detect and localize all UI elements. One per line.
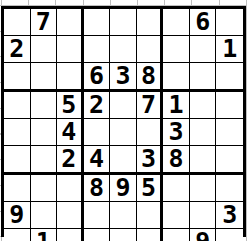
cell-r4c4[interactable]: 2 bbox=[84, 92, 111, 119]
cell-r8c2[interactable] bbox=[31, 202, 58, 229]
cell-r3c8[interactable] bbox=[190, 63, 217, 92]
cell-r2c1[interactable]: 2 bbox=[4, 36, 31, 63]
cell-r1c3[interactable] bbox=[57, 9, 84, 36]
cell-r2c5[interactable] bbox=[110, 36, 137, 63]
spreadsheet-background: 762163852714324388959319 bbox=[0, 0, 247, 241]
cell-r6c6[interactable]: 3 bbox=[137, 146, 164, 175]
cell-r7c1[interactable] bbox=[4, 175, 31, 202]
cell-r8c7[interactable] bbox=[163, 202, 190, 229]
cell-r6c5[interactable] bbox=[110, 146, 137, 175]
cell-r7c3[interactable] bbox=[57, 175, 84, 202]
cell-r4c7[interactable]: 1 bbox=[163, 92, 190, 119]
cell-r7c8[interactable] bbox=[190, 175, 217, 202]
cell-r3c6[interactable]: 8 bbox=[137, 63, 164, 92]
cell-r4c8[interactable] bbox=[190, 92, 217, 119]
cell-r1c5[interactable] bbox=[110, 9, 137, 36]
cell-r5c7[interactable]: 3 bbox=[163, 119, 190, 146]
cell-r4c3[interactable]: 5 bbox=[57, 92, 84, 119]
cell-r7c2[interactable] bbox=[31, 175, 58, 202]
cell-r4c9[interactable] bbox=[216, 92, 243, 119]
cell-r1c8[interactable]: 6 bbox=[190, 9, 217, 36]
cell-r4c6[interactable]: 7 bbox=[137, 92, 164, 119]
cell-r1c4[interactable] bbox=[84, 9, 111, 36]
cell-r3c1[interactable] bbox=[4, 63, 31, 92]
cell-r6c7[interactable]: 8 bbox=[163, 146, 190, 175]
cell-r5c1[interactable] bbox=[4, 119, 31, 146]
cell-r5c9[interactable] bbox=[216, 119, 243, 146]
cell-r7c5[interactable]: 9 bbox=[110, 175, 137, 202]
cell-r2c2[interactable] bbox=[31, 36, 58, 63]
cell-r3c2[interactable] bbox=[31, 63, 58, 92]
cell-r6c2[interactable] bbox=[31, 146, 58, 175]
cell-r3c5[interactable]: 3 bbox=[110, 63, 137, 92]
cell-r3c9[interactable] bbox=[216, 63, 243, 92]
cell-r8c1[interactable]: 9 bbox=[4, 202, 31, 229]
cell-r7c9[interactable] bbox=[216, 175, 243, 202]
cell-r1c6[interactable] bbox=[137, 9, 164, 36]
cell-r1c9[interactable] bbox=[216, 9, 243, 36]
cell-r2c8[interactable] bbox=[190, 36, 217, 63]
cell-r2c7[interactable] bbox=[163, 36, 190, 63]
cell-r5c5[interactable] bbox=[110, 119, 137, 146]
cell-r2c4[interactable] bbox=[84, 36, 111, 63]
cell-r3c3[interactable] bbox=[57, 63, 84, 92]
cell-r4c1[interactable] bbox=[4, 92, 31, 119]
cell-r9c9[interactable] bbox=[216, 229, 243, 241]
cell-r8c6[interactable] bbox=[137, 202, 164, 229]
cell-r5c6[interactable] bbox=[137, 119, 164, 146]
cell-r6c3[interactable]: 2 bbox=[57, 146, 84, 175]
cell-r3c4[interactable]: 6 bbox=[84, 63, 111, 92]
cell-r2c9[interactable]: 1 bbox=[216, 36, 243, 63]
cell-r6c4[interactable]: 4 bbox=[84, 146, 111, 175]
cell-r1c7[interactable] bbox=[163, 9, 190, 36]
cell-r9c5[interactable] bbox=[110, 229, 137, 241]
cell-r5c2[interactable] bbox=[31, 119, 58, 146]
cell-r1c1[interactable] bbox=[4, 9, 31, 36]
cell-r8c3[interactable] bbox=[57, 202, 84, 229]
cell-r5c4[interactable] bbox=[84, 119, 111, 146]
cell-r9c1[interactable] bbox=[4, 229, 31, 241]
cell-r5c8[interactable] bbox=[190, 119, 217, 146]
cell-r6c9[interactable] bbox=[216, 146, 243, 175]
cell-r9c7[interactable] bbox=[163, 229, 190, 241]
cell-r4c5[interactable] bbox=[110, 92, 137, 119]
cell-r2c6[interactable] bbox=[137, 36, 164, 63]
cell-r9c6[interactable] bbox=[137, 229, 164, 241]
cell-r9c8[interactable]: 9 bbox=[190, 229, 217, 241]
cell-r6c1[interactable] bbox=[4, 146, 31, 175]
cell-r8c9[interactable]: 3 bbox=[216, 202, 243, 229]
cell-r8c8[interactable] bbox=[190, 202, 217, 229]
cell-r9c3[interactable] bbox=[57, 229, 84, 241]
cell-r8c4[interactable] bbox=[84, 202, 111, 229]
cell-r7c6[interactable]: 5 bbox=[137, 175, 164, 202]
cell-r2c3[interactable] bbox=[57, 36, 84, 63]
cell-r9c4[interactable] bbox=[84, 229, 111, 241]
cell-r9c2[interactable]: 1 bbox=[31, 229, 58, 241]
sudoku-board: 762163852714324388959319 bbox=[1, 6, 246, 237]
cell-r8c5[interactable] bbox=[110, 202, 137, 229]
cell-r3c7[interactable] bbox=[163, 63, 190, 92]
cell-r5c3[interactable]: 4 bbox=[57, 119, 84, 146]
cell-r6c8[interactable] bbox=[190, 146, 217, 175]
cell-r7c7[interactable] bbox=[163, 175, 190, 202]
cell-r1c2[interactable]: 7 bbox=[31, 9, 58, 36]
cell-r7c4[interactable]: 8 bbox=[84, 175, 111, 202]
cell-r4c2[interactable] bbox=[31, 92, 58, 119]
